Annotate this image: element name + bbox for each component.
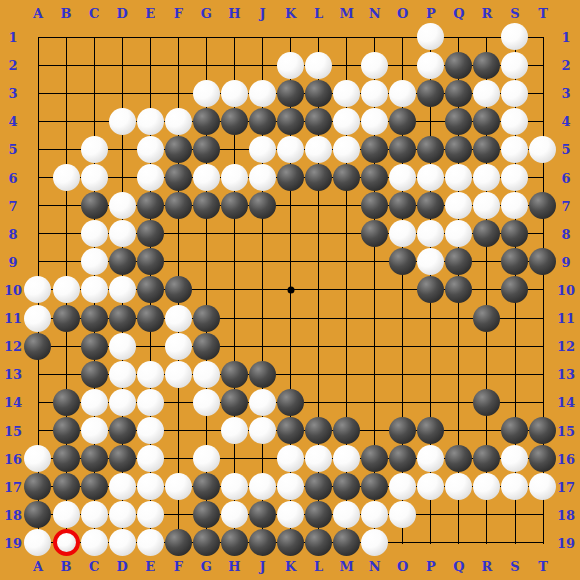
- point-k2[interactable]: [276, 51, 304, 79]
- point-m4[interactable]: [332, 107, 360, 135]
- point-j3[interactable]: [248, 79, 276, 107]
- point-q17[interactable]: [445, 473, 473, 501]
- point-n6[interactable]: [361, 163, 389, 191]
- point-m6[interactable]: [332, 163, 360, 191]
- point-a15[interactable]: [24, 416, 52, 444]
- point-o12[interactable]: [389, 332, 417, 360]
- point-j16[interactable]: [248, 445, 276, 473]
- point-g3[interactable]: [192, 79, 220, 107]
- point-s14[interactable]: [501, 388, 529, 416]
- point-b9[interactable]: [52, 248, 80, 276]
- point-h3[interactable]: [220, 79, 248, 107]
- point-s5[interactable]: [501, 135, 529, 163]
- point-f16[interactable]: [164, 445, 192, 473]
- point-a9[interactable]: [24, 248, 52, 276]
- point-o18[interactable]: [389, 501, 417, 529]
- point-t9[interactable]: [529, 248, 557, 276]
- point-p15[interactable]: [417, 416, 445, 444]
- point-j9[interactable]: [248, 248, 276, 276]
- point-t15[interactable]: [529, 416, 557, 444]
- point-b12[interactable]: [52, 332, 80, 360]
- point-h9[interactable]: [220, 248, 248, 276]
- point-o10[interactable]: [389, 276, 417, 304]
- point-a16[interactable]: [24, 445, 52, 473]
- point-b17[interactable]: [52, 473, 80, 501]
- point-k4[interactable]: [276, 107, 304, 135]
- point-s16[interactable]: [501, 445, 529, 473]
- point-j6[interactable]: [248, 163, 276, 191]
- point-n10[interactable]: [361, 276, 389, 304]
- point-f13[interactable]: [164, 360, 192, 388]
- point-q15[interactable]: [445, 416, 473, 444]
- point-q19[interactable]: [445, 529, 473, 557]
- point-h4[interactable]: [220, 107, 248, 135]
- point-r12[interactable]: [473, 332, 501, 360]
- point-f2[interactable]: [164, 51, 192, 79]
- point-g13[interactable]: [192, 360, 220, 388]
- point-l14[interactable]: [304, 388, 332, 416]
- point-r6[interactable]: [473, 163, 501, 191]
- point-l7[interactable]: [304, 192, 332, 220]
- point-c13[interactable]: [80, 360, 108, 388]
- point-o1[interactable]: [389, 23, 417, 51]
- point-o13[interactable]: [389, 360, 417, 388]
- point-e3[interactable]: [136, 79, 164, 107]
- point-e1[interactable]: [136, 23, 164, 51]
- point-n11[interactable]: [361, 304, 389, 332]
- point-a11[interactable]: [24, 304, 52, 332]
- point-c19[interactable]: [80, 529, 108, 557]
- point-k16[interactable]: [276, 445, 304, 473]
- point-c6[interactable]: [80, 163, 108, 191]
- point-f9[interactable]: [164, 248, 192, 276]
- point-h5[interactable]: [220, 135, 248, 163]
- point-b1[interactable]: [52, 23, 80, 51]
- point-t7[interactable]: [529, 192, 557, 220]
- point-m17[interactable]: [332, 473, 360, 501]
- point-b2[interactable]: [52, 51, 80, 79]
- point-d7[interactable]: [108, 192, 136, 220]
- point-d19[interactable]: [108, 529, 136, 557]
- point-c17[interactable]: [80, 473, 108, 501]
- point-e6[interactable]: [136, 163, 164, 191]
- point-j17[interactable]: [248, 473, 276, 501]
- point-q3[interactable]: [445, 79, 473, 107]
- point-q18[interactable]: [445, 501, 473, 529]
- point-n8[interactable]: [361, 220, 389, 248]
- point-g9[interactable]: [192, 248, 220, 276]
- point-h12[interactable]: [220, 332, 248, 360]
- point-g8[interactable]: [192, 220, 220, 248]
- point-c3[interactable]: [80, 79, 108, 107]
- point-g10[interactable]: [192, 276, 220, 304]
- point-j10[interactable]: [248, 276, 276, 304]
- point-l19[interactable]: [304, 529, 332, 557]
- point-h7[interactable]: [220, 192, 248, 220]
- point-p11[interactable]: [417, 304, 445, 332]
- point-h14[interactable]: [220, 388, 248, 416]
- point-q7[interactable]: [445, 192, 473, 220]
- point-b18[interactable]: [52, 501, 80, 529]
- point-q5[interactable]: [445, 135, 473, 163]
- point-j18[interactable]: [248, 501, 276, 529]
- point-k15[interactable]: [276, 416, 304, 444]
- point-t4[interactable]: [529, 107, 557, 135]
- point-m5[interactable]: [332, 135, 360, 163]
- point-s19[interactable]: [501, 529, 529, 557]
- point-l16[interactable]: [304, 445, 332, 473]
- point-o4[interactable]: [389, 107, 417, 135]
- point-r15[interactable]: [473, 416, 501, 444]
- point-s12[interactable]: [501, 332, 529, 360]
- point-s13[interactable]: [501, 360, 529, 388]
- point-a7[interactable]: [24, 192, 52, 220]
- point-m19[interactable]: [332, 529, 360, 557]
- point-e10[interactable]: [136, 276, 164, 304]
- point-b13[interactable]: [52, 360, 80, 388]
- point-e11[interactable]: [136, 304, 164, 332]
- point-d18[interactable]: [108, 501, 136, 529]
- point-a19[interactable]: [24, 529, 52, 557]
- point-p6[interactable]: [417, 163, 445, 191]
- point-k9[interactable]: [276, 248, 304, 276]
- point-q4[interactable]: [445, 107, 473, 135]
- point-f5[interactable]: [164, 135, 192, 163]
- point-k12[interactable]: [276, 332, 304, 360]
- point-g4[interactable]: [192, 107, 220, 135]
- point-r1[interactable]: [473, 23, 501, 51]
- point-n14[interactable]: [361, 388, 389, 416]
- point-a13[interactable]: [24, 360, 52, 388]
- point-p8[interactable]: [417, 220, 445, 248]
- point-d1[interactable]: [108, 23, 136, 51]
- point-k19[interactable]: [276, 529, 304, 557]
- point-e5[interactable]: [136, 135, 164, 163]
- point-h17[interactable]: [220, 473, 248, 501]
- point-s2[interactable]: [501, 51, 529, 79]
- point-g12[interactable]: [192, 332, 220, 360]
- point-a5[interactable]: [24, 135, 52, 163]
- point-l5[interactable]: [304, 135, 332, 163]
- point-t17[interactable]: [529, 473, 557, 501]
- point-l4[interactable]: [304, 107, 332, 135]
- point-f11[interactable]: [164, 304, 192, 332]
- point-c15[interactable]: [80, 416, 108, 444]
- point-t13[interactable]: [529, 360, 557, 388]
- point-d14[interactable]: [108, 388, 136, 416]
- point-d3[interactable]: [108, 79, 136, 107]
- point-c14[interactable]: [80, 388, 108, 416]
- point-o3[interactable]: [389, 79, 417, 107]
- point-j8[interactable]: [248, 220, 276, 248]
- point-o14[interactable]: [389, 388, 417, 416]
- point-j4[interactable]: [248, 107, 276, 135]
- point-e17[interactable]: [136, 473, 164, 501]
- point-q16[interactable]: [445, 445, 473, 473]
- point-b8[interactable]: [52, 220, 80, 248]
- point-t1[interactable]: [529, 23, 557, 51]
- point-t11[interactable]: [529, 304, 557, 332]
- point-h6[interactable]: [220, 163, 248, 191]
- point-m7[interactable]: [332, 192, 360, 220]
- point-c8[interactable]: [80, 220, 108, 248]
- point-s6[interactable]: [501, 163, 529, 191]
- point-f8[interactable]: [164, 220, 192, 248]
- point-p14[interactable]: [417, 388, 445, 416]
- point-m10[interactable]: [332, 276, 360, 304]
- point-j12[interactable]: [248, 332, 276, 360]
- point-g15[interactable]: [192, 416, 220, 444]
- point-t6[interactable]: [529, 163, 557, 191]
- point-l10[interactable]: [304, 276, 332, 304]
- point-r18[interactable]: [473, 501, 501, 529]
- point-b19[interactable]: [52, 529, 80, 557]
- point-f4[interactable]: [164, 107, 192, 135]
- point-o15[interactable]: [389, 416, 417, 444]
- point-c5[interactable]: [80, 135, 108, 163]
- point-e18[interactable]: [136, 501, 164, 529]
- point-n4[interactable]: [361, 107, 389, 135]
- point-b15[interactable]: [52, 416, 80, 444]
- point-e16[interactable]: [136, 445, 164, 473]
- point-m11[interactable]: [332, 304, 360, 332]
- point-p9[interactable]: [417, 248, 445, 276]
- point-n18[interactable]: [361, 501, 389, 529]
- point-b6[interactable]: [52, 163, 80, 191]
- point-l8[interactable]: [304, 220, 332, 248]
- point-d11[interactable]: [108, 304, 136, 332]
- point-r17[interactable]: [473, 473, 501, 501]
- point-r2[interactable]: [473, 51, 501, 79]
- point-n19[interactable]: [361, 529, 389, 557]
- point-a10[interactable]: [24, 276, 52, 304]
- point-m8[interactable]: [332, 220, 360, 248]
- point-p18[interactable]: [417, 501, 445, 529]
- point-a8[interactable]: [24, 220, 52, 248]
- point-a3[interactable]: [24, 79, 52, 107]
- point-g6[interactable]: [192, 163, 220, 191]
- point-m13[interactable]: [332, 360, 360, 388]
- point-p1[interactable]: [417, 23, 445, 51]
- point-h8[interactable]: [220, 220, 248, 248]
- point-q9[interactable]: [445, 248, 473, 276]
- point-c7[interactable]: [80, 192, 108, 220]
- point-j13[interactable]: [248, 360, 276, 388]
- point-s1[interactable]: [501, 23, 529, 51]
- point-m14[interactable]: [332, 388, 360, 416]
- point-r3[interactable]: [473, 79, 501, 107]
- point-b7[interactable]: [52, 192, 80, 220]
- point-s7[interactable]: [501, 192, 529, 220]
- point-o5[interactable]: [389, 135, 417, 163]
- point-b16[interactable]: [52, 445, 80, 473]
- point-o11[interactable]: [389, 304, 417, 332]
- point-h16[interactable]: [220, 445, 248, 473]
- point-d6[interactable]: [108, 163, 136, 191]
- point-h11[interactable]: [220, 304, 248, 332]
- point-q11[interactable]: [445, 304, 473, 332]
- point-d9[interactable]: [108, 248, 136, 276]
- point-d4[interactable]: [108, 107, 136, 135]
- point-k5[interactable]: [276, 135, 304, 163]
- point-n9[interactable]: [361, 248, 389, 276]
- point-j11[interactable]: [248, 304, 276, 332]
- point-d2[interactable]: [108, 51, 136, 79]
- point-f15[interactable]: [164, 416, 192, 444]
- point-q1[interactable]: [445, 23, 473, 51]
- point-n12[interactable]: [361, 332, 389, 360]
- point-a18[interactable]: [24, 501, 52, 529]
- point-p3[interactable]: [417, 79, 445, 107]
- point-b3[interactable]: [52, 79, 80, 107]
- point-n15[interactable]: [361, 416, 389, 444]
- point-d13[interactable]: [108, 360, 136, 388]
- point-g14[interactable]: [192, 388, 220, 416]
- point-s9[interactable]: [501, 248, 529, 276]
- point-p4[interactable]: [417, 107, 445, 135]
- point-l11[interactable]: [304, 304, 332, 332]
- point-g19[interactable]: [192, 529, 220, 557]
- point-d10[interactable]: [108, 276, 136, 304]
- point-h13[interactable]: [220, 360, 248, 388]
- point-l3[interactable]: [304, 79, 332, 107]
- point-r11[interactable]: [473, 304, 501, 332]
- point-k7[interactable]: [276, 192, 304, 220]
- point-p13[interactable]: [417, 360, 445, 388]
- point-e12[interactable]: [136, 332, 164, 360]
- point-m16[interactable]: [332, 445, 360, 473]
- point-s4[interactable]: [501, 107, 529, 135]
- point-g1[interactable]: [192, 23, 220, 51]
- point-q13[interactable]: [445, 360, 473, 388]
- point-p19[interactable]: [417, 529, 445, 557]
- point-d17[interactable]: [108, 473, 136, 501]
- point-n13[interactable]: [361, 360, 389, 388]
- point-h1[interactable]: [220, 23, 248, 51]
- point-r10[interactable]: [473, 276, 501, 304]
- point-t2[interactable]: [529, 51, 557, 79]
- point-o19[interactable]: [389, 529, 417, 557]
- point-a1[interactable]: [24, 23, 52, 51]
- point-j7[interactable]: [248, 192, 276, 220]
- point-p17[interactable]: [417, 473, 445, 501]
- point-r9[interactable]: [473, 248, 501, 276]
- point-o17[interactable]: [389, 473, 417, 501]
- point-f3[interactable]: [164, 79, 192, 107]
- point-t18[interactable]: [529, 501, 557, 529]
- point-k3[interactable]: [276, 79, 304, 107]
- point-s10[interactable]: [501, 276, 529, 304]
- point-n17[interactable]: [361, 473, 389, 501]
- point-j15[interactable]: [248, 416, 276, 444]
- point-o2[interactable]: [389, 51, 417, 79]
- point-s15[interactable]: [501, 416, 529, 444]
- point-r4[interactable]: [473, 107, 501, 135]
- point-h15[interactable]: [220, 416, 248, 444]
- point-s17[interactable]: [501, 473, 529, 501]
- point-g7[interactable]: [192, 192, 220, 220]
- point-q2[interactable]: [445, 51, 473, 79]
- point-n16[interactable]: [361, 445, 389, 473]
- point-a6[interactable]: [24, 163, 52, 191]
- point-t8[interactable]: [529, 220, 557, 248]
- point-t14[interactable]: [529, 388, 557, 416]
- point-c4[interactable]: [80, 107, 108, 135]
- point-j14[interactable]: [248, 388, 276, 416]
- point-m1[interactable]: [332, 23, 360, 51]
- point-p7[interactable]: [417, 192, 445, 220]
- point-r8[interactable]: [473, 220, 501, 248]
- point-n2[interactable]: [361, 51, 389, 79]
- point-b10[interactable]: [52, 276, 80, 304]
- point-c2[interactable]: [80, 51, 108, 79]
- point-k6[interactable]: [276, 163, 304, 191]
- point-e7[interactable]: [136, 192, 164, 220]
- point-m15[interactable]: [332, 416, 360, 444]
- point-a12[interactable]: [24, 332, 52, 360]
- point-k1[interactable]: [276, 23, 304, 51]
- point-o9[interactable]: [389, 248, 417, 276]
- point-q12[interactable]: [445, 332, 473, 360]
- point-l18[interactable]: [304, 501, 332, 529]
- point-q6[interactable]: [445, 163, 473, 191]
- point-g2[interactable]: [192, 51, 220, 79]
- point-l12[interactable]: [304, 332, 332, 360]
- point-r14[interactable]: [473, 388, 501, 416]
- point-a2[interactable]: [24, 51, 52, 79]
- point-q10[interactable]: [445, 276, 473, 304]
- point-r13[interactable]: [473, 360, 501, 388]
- point-g16[interactable]: [192, 445, 220, 473]
- point-f7[interactable]: [164, 192, 192, 220]
- point-d8[interactable]: [108, 220, 136, 248]
- point-j2[interactable]: [248, 51, 276, 79]
- point-f17[interactable]: [164, 473, 192, 501]
- point-b11[interactable]: [52, 304, 80, 332]
- point-q8[interactable]: [445, 220, 473, 248]
- point-m3[interactable]: [332, 79, 360, 107]
- point-k11[interactable]: [276, 304, 304, 332]
- point-r7[interactable]: [473, 192, 501, 220]
- point-l17[interactable]: [304, 473, 332, 501]
- point-p2[interactable]: [417, 51, 445, 79]
- point-f6[interactable]: [164, 163, 192, 191]
- point-b14[interactable]: [52, 388, 80, 416]
- point-m12[interactable]: [332, 332, 360, 360]
- point-f12[interactable]: [164, 332, 192, 360]
- point-e14[interactable]: [136, 388, 164, 416]
- point-c16[interactable]: [80, 445, 108, 473]
- point-k17[interactable]: [276, 473, 304, 501]
- point-f1[interactable]: [164, 23, 192, 51]
- point-f19[interactable]: [164, 529, 192, 557]
- point-e15[interactable]: [136, 416, 164, 444]
- point-e2[interactable]: [136, 51, 164, 79]
- point-r5[interactable]: [473, 135, 501, 163]
- point-p12[interactable]: [417, 332, 445, 360]
- point-c10[interactable]: [80, 276, 108, 304]
- point-j19[interactable]: [248, 529, 276, 557]
- point-n5[interactable]: [361, 135, 389, 163]
- point-f10[interactable]: [164, 276, 192, 304]
- point-k14[interactable]: [276, 388, 304, 416]
- point-c11[interactable]: [80, 304, 108, 332]
- point-l2[interactable]: [304, 51, 332, 79]
- point-h19[interactable]: [220, 529, 248, 557]
- point-l9[interactable]: [304, 248, 332, 276]
- point-l13[interactable]: [304, 360, 332, 388]
- point-g17[interactable]: [192, 473, 220, 501]
